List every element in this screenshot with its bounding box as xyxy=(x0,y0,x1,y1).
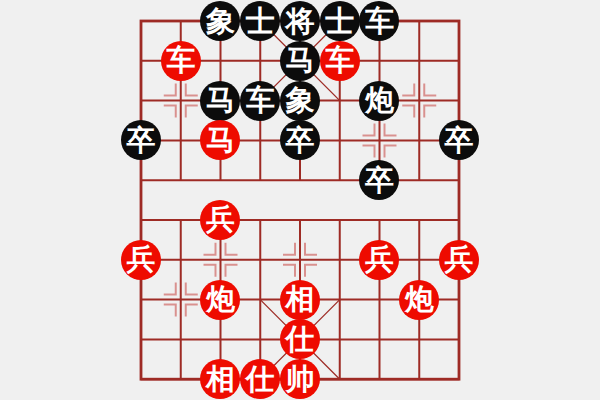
piece-black-horse[interactable]: 马 xyxy=(280,41,320,81)
piece-black-soldier[interactable]: 卒 xyxy=(359,160,399,200)
piece-red-general[interactable]: 帅 xyxy=(280,359,320,399)
piece-black-chariot[interactable]: 车 xyxy=(240,81,280,121)
piece-black-advisor[interactable]: 士 xyxy=(240,1,280,41)
piece-red-soldier[interactable]: 兵 xyxy=(200,200,240,240)
piece-black-soldier[interactable]: 卒 xyxy=(121,120,161,160)
piece-black-general[interactable]: 将 xyxy=(280,1,320,41)
piece-black-chariot[interactable]: 车 xyxy=(359,1,399,41)
piece-red-chariot[interactable]: 车 xyxy=(320,41,360,81)
piece-black-cannon[interactable]: 炮 xyxy=(359,81,399,121)
piece-red-soldier[interactable]: 兵 xyxy=(121,240,161,280)
piece-black-advisor[interactable]: 士 xyxy=(320,1,360,41)
xiangqi-pieces-grid[interactable]: 象士将士车马马车象炮卒卒卒卒车车马兵兵兵兵炮相炮仕相仕帅 xyxy=(121,1,479,399)
piece-red-soldier[interactable]: 兵 xyxy=(359,240,399,280)
piece-red-elephant[interactable]: 相 xyxy=(200,359,240,399)
piece-red-advisor[interactable]: 仕 xyxy=(280,319,320,359)
piece-red-horse[interactable]: 马 xyxy=(200,120,240,160)
piece-red-cannon[interactable]: 炮 xyxy=(399,280,439,320)
piece-red-advisor[interactable]: 仕 xyxy=(240,359,280,399)
piece-black-elephant[interactable]: 象 xyxy=(280,81,320,121)
xiangqi-app-background: 象士将士车马马车象炮卒卒卒卒车车马兵兵兵兵炮相炮仕相仕帅 xyxy=(0,0,600,400)
piece-black-soldier[interactable]: 卒 xyxy=(439,120,479,160)
piece-red-elephant[interactable]: 相 xyxy=(280,280,320,320)
piece-red-chariot[interactable]: 车 xyxy=(161,41,201,81)
piece-red-soldier[interactable]: 兵 xyxy=(439,240,479,280)
piece-black-elephant[interactable]: 象 xyxy=(200,1,240,41)
piece-red-cannon[interactable]: 炮 xyxy=(200,280,240,320)
piece-black-soldier[interactable]: 卒 xyxy=(280,120,320,160)
piece-black-horse[interactable]: 马 xyxy=(200,81,240,121)
